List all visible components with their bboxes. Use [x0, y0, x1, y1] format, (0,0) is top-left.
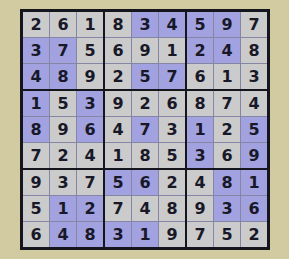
- box-4: 153896724: [23, 91, 103, 168]
- cell-r5c3[interactable]: 6: [77, 117, 103, 142]
- cell-r8c5[interactable]: 4: [132, 196, 158, 221]
- cell-r1c3[interactable]: 1: [77, 12, 103, 37]
- cell-r7c1[interactable]: 9: [23, 170, 49, 195]
- cell-r9c1[interactable]: 6: [23, 222, 49, 247]
- box-9: 481936752: [187, 170, 267, 247]
- cell-r4c3[interactable]: 3: [77, 91, 103, 116]
- cell-r9c3[interactable]: 8: [77, 222, 103, 247]
- cell-r4c4[interactable]: 9: [105, 91, 131, 116]
- cell-r9c7[interactable]: 7: [187, 222, 213, 247]
- cell-r7c6[interactable]: 2: [159, 170, 185, 195]
- cell-r7c4[interactable]: 5: [105, 170, 131, 195]
- box-2: 834691257: [105, 12, 185, 89]
- cell-r8c7[interactable]: 9: [187, 196, 213, 221]
- cell-r6c8[interactable]: 6: [214, 143, 240, 168]
- cell-r4c8[interactable]: 7: [214, 91, 240, 116]
- cell-r1c5[interactable]: 3: [132, 12, 158, 37]
- cell-r8c8[interactable]: 3: [214, 196, 240, 221]
- cell-r3c1[interactable]: 4: [23, 64, 49, 89]
- cell-r1c9[interactable]: 7: [241, 12, 267, 37]
- cell-r6c1[interactable]: 7: [23, 143, 49, 168]
- page-background: 2613754898346912575972486131538967249264…: [0, 0, 289, 259]
- cell-r4c6[interactable]: 6: [159, 91, 185, 116]
- cell-r1c4[interactable]: 8: [105, 12, 131, 37]
- cell-r2c7[interactable]: 2: [187, 38, 213, 63]
- cell-r3c2[interactable]: 8: [50, 64, 76, 89]
- cell-r5c7[interactable]: 1: [187, 117, 213, 142]
- cell-r1c8[interactable]: 9: [214, 12, 240, 37]
- cell-r1c1[interactable]: 2: [23, 12, 49, 37]
- cell-r1c7[interactable]: 5: [187, 12, 213, 37]
- cell-r8c9[interactable]: 6: [241, 196, 267, 221]
- cell-r2c8[interactable]: 4: [214, 38, 240, 63]
- cell-r5c1[interactable]: 8: [23, 117, 49, 142]
- cell-r6c9[interactable]: 9: [241, 143, 267, 168]
- cell-r4c5[interactable]: 2: [132, 91, 158, 116]
- cell-r5c6[interactable]: 3: [159, 117, 185, 142]
- cell-r2c3[interactable]: 5: [77, 38, 103, 63]
- cell-r2c2[interactable]: 7: [50, 38, 76, 63]
- cell-r2c6[interactable]: 1: [159, 38, 185, 63]
- cell-r4c1[interactable]: 1: [23, 91, 49, 116]
- cell-r6c7[interactable]: 3: [187, 143, 213, 168]
- cell-r3c9[interactable]: 3: [241, 64, 267, 89]
- cell-r6c6[interactable]: 5: [159, 143, 185, 168]
- cell-r3c8[interactable]: 1: [214, 64, 240, 89]
- cell-r3c5[interactable]: 5: [132, 64, 158, 89]
- box-6: 874125369: [187, 91, 267, 168]
- cell-r7c3[interactable]: 7: [77, 170, 103, 195]
- cell-r9c4[interactable]: 3: [105, 222, 131, 247]
- box-5: 926473185: [105, 91, 185, 168]
- cell-r7c7[interactable]: 4: [187, 170, 213, 195]
- cell-r2c4[interactable]: 6: [105, 38, 131, 63]
- cell-r8c6[interactable]: 8: [159, 196, 185, 221]
- cell-r1c6[interactable]: 4: [159, 12, 185, 37]
- cell-r5c8[interactable]: 2: [214, 117, 240, 142]
- cell-r4c7[interactable]: 8: [187, 91, 213, 116]
- cell-r7c9[interactable]: 1: [241, 170, 267, 195]
- cell-r5c5[interactable]: 7: [132, 117, 158, 142]
- box-8: 562748319: [105, 170, 185, 247]
- cell-r2c5[interactable]: 9: [132, 38, 158, 63]
- cell-r7c2[interactable]: 3: [50, 170, 76, 195]
- cell-r9c9[interactable]: 2: [241, 222, 267, 247]
- cell-r5c4[interactable]: 4: [105, 117, 131, 142]
- cell-r3c7[interactable]: 6: [187, 64, 213, 89]
- cell-r8c3[interactable]: 2: [77, 196, 103, 221]
- cell-r3c4[interactable]: 2: [105, 64, 131, 89]
- cell-r2c1[interactable]: 3: [23, 38, 49, 63]
- cell-r3c3[interactable]: 9: [77, 64, 103, 89]
- cell-r7c8[interactable]: 8: [214, 170, 240, 195]
- cell-r6c5[interactable]: 8: [132, 143, 158, 168]
- cell-r6c4[interactable]: 1: [105, 143, 131, 168]
- cell-r1c2[interactable]: 6: [50, 12, 76, 37]
- cell-r9c2[interactable]: 4: [50, 222, 76, 247]
- cell-r4c9[interactable]: 4: [241, 91, 267, 116]
- cell-r7c5[interactable]: 6: [132, 170, 158, 195]
- box-7: 937512648: [23, 170, 103, 247]
- cell-r8c4[interactable]: 7: [105, 196, 131, 221]
- cell-r9c6[interactable]: 9: [159, 222, 185, 247]
- cell-r2c9[interactable]: 8: [241, 38, 267, 63]
- cell-r9c5[interactable]: 1: [132, 222, 158, 247]
- cell-r8c2[interactable]: 1: [50, 196, 76, 221]
- cell-r6c2[interactable]: 2: [50, 143, 76, 168]
- cell-r5c9[interactable]: 5: [241, 117, 267, 142]
- cell-r6c3[interactable]: 4: [77, 143, 103, 168]
- cell-r9c8[interactable]: 5: [214, 222, 240, 247]
- cell-r3c6[interactable]: 7: [159, 64, 185, 89]
- box-3: 597248613: [187, 12, 267, 89]
- cell-r8c1[interactable]: 5: [23, 196, 49, 221]
- box-1: 261375489: [23, 12, 103, 89]
- sudoku-board: 2613754898346912575972486131538967249264…: [20, 9, 270, 250]
- cell-r4c2[interactable]: 5: [50, 91, 76, 116]
- cell-r5c2[interactable]: 9: [50, 117, 76, 142]
